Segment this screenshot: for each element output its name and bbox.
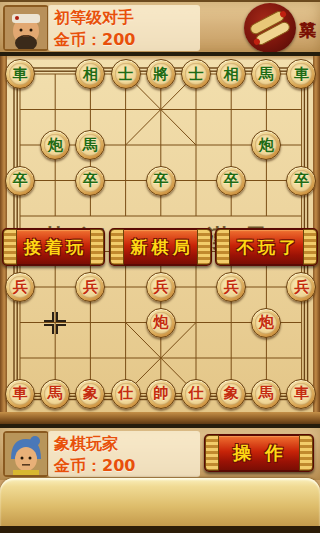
opponent-avatar — [3, 5, 49, 51]
menu-label[interactable]: 菜單 — [298, 7, 318, 53]
piece-black-卒[interactable]: 卒 — [75, 166, 105, 196]
quit-game-label: 不玩了 — [233, 236, 300, 259]
opponent-info-bar: 初等级对手 金币：200 菜單 — [0, 0, 320, 54]
menu-button[interactable] — [244, 3, 296, 53]
scroll-icon — [244, 3, 296, 53]
piece-red-帥[interactable]: 帥 — [146, 379, 176, 409]
player-name: 象棋玩家 — [54, 434, 224, 454]
piece-black-士[interactable]: 士 — [111, 59, 141, 89]
piece-red-馬[interactable]: 馬 — [40, 379, 70, 409]
piece-black-將[interactable]: 將 — [146, 59, 176, 89]
bottom-gold-panel — [0, 478, 320, 526]
piece-red-車[interactable]: 車 — [286, 379, 316, 409]
piece-black-炮[interactable]: 炮 — [251, 130, 281, 160]
dialog-button-row: 接着玩 新棋局 不玩了 — [0, 228, 320, 266]
xiangqi-game-screen: 初等级对手 金币：200 菜單 — [0, 0, 320, 533]
piece-red-仕[interactable]: 仕 — [111, 379, 141, 409]
opponent-coins: 金币：200 — [54, 30, 224, 50]
opponent-avatar-image — [5, 7, 47, 49]
piece-red-炮[interactable]: 炮 — [146, 308, 176, 338]
piece-black-士[interactable]: 士 — [181, 59, 211, 89]
piece-red-兵[interactable]: 兵 — [75, 272, 105, 302]
player-avatar — [3, 431, 49, 477]
piece-black-相[interactable]: 相 — [216, 59, 246, 89]
piece-red-象[interactable]: 象 — [216, 379, 246, 409]
piece-black-卒[interactable]: 卒 — [286, 166, 316, 196]
piece-black-車[interactable]: 車 — [5, 59, 35, 89]
action-button[interactable]: 操作 — [204, 434, 314, 472]
quit-game-button[interactable]: 不玩了 — [215, 228, 318, 266]
new-game-label: 新棋局 — [127, 236, 194, 259]
piece-red-車[interactable]: 車 — [5, 379, 35, 409]
new-game-button[interactable]: 新棋局 — [109, 228, 212, 266]
piece-red-兵[interactable]: 兵 — [216, 272, 246, 302]
continue-playing-label: 接着玩 — [20, 236, 87, 259]
piece-black-馬[interactable]: 馬 — [251, 59, 281, 89]
opponent-name: 初等级对手 — [54, 8, 224, 28]
piece-black-馬[interactable]: 馬 — [75, 130, 105, 160]
action-button-label: 操作 — [221, 441, 297, 465]
continue-playing-button[interactable]: 接着玩 — [2, 228, 105, 266]
player-info-bar: 象棋玩家 金币：200 操作 — [0, 428, 320, 480]
piece-black-卒[interactable]: 卒 — [146, 166, 176, 196]
piece-red-兵[interactable]: 兵 — [146, 272, 176, 302]
piece-black-卒[interactable]: 卒 — [5, 166, 35, 196]
piece-black-卒[interactable]: 卒 — [216, 166, 246, 196]
piece-red-馬[interactable]: 馬 — [251, 379, 281, 409]
piece-red-象[interactable]: 象 — [75, 379, 105, 409]
piece-black-車[interactable]: 車 — [286, 59, 316, 89]
last-move-origin-marker — [44, 312, 66, 334]
piece-black-相[interactable]: 相 — [75, 59, 105, 89]
bottom-strip — [0, 526, 320, 533]
piece-red-兵[interactable]: 兵 — [5, 272, 35, 302]
piece-red-炮[interactable]: 炮 — [251, 308, 281, 338]
board-frame-bottom — [0, 412, 320, 424]
player-coins: 金币：200 — [54, 456, 224, 476]
player-avatar-image — [5, 433, 47, 475]
piece-red-兵[interactable]: 兵 — [286, 272, 316, 302]
piece-black-炮[interactable]: 炮 — [40, 130, 70, 160]
piece-red-仕[interactable]: 仕 — [181, 379, 211, 409]
